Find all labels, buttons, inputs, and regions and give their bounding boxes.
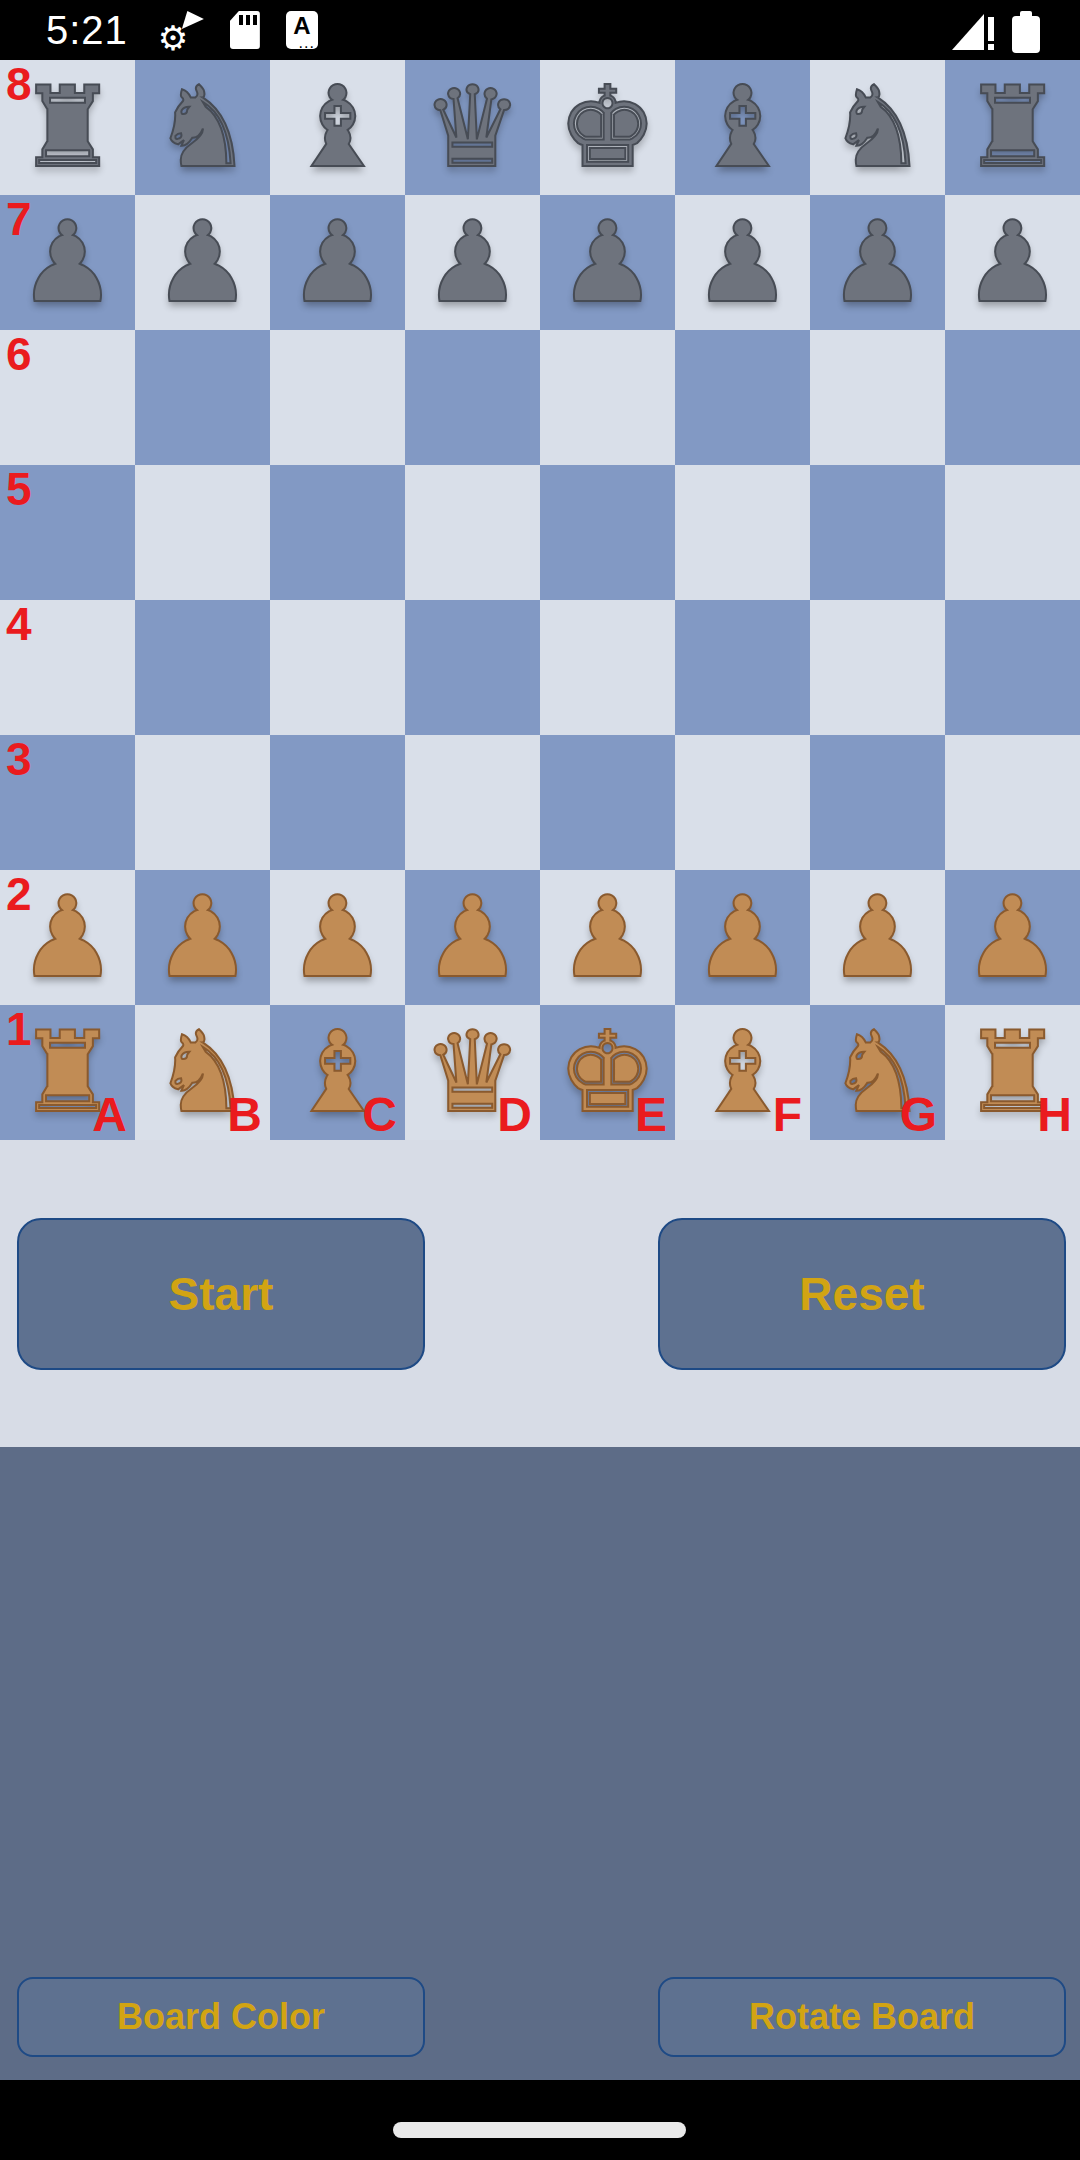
square-h7[interactable]: ♟ — [945, 195, 1080, 330]
square-h8[interactable]: ♜ — [945, 60, 1080, 195]
square-c7[interactable]: ♟ — [270, 195, 405, 330]
square-h1[interactable]: H♜ — [945, 1005, 1080, 1140]
square-f1[interactable]: F♝ — [675, 1005, 810, 1140]
square-a5[interactable]: 5 — [0, 465, 135, 600]
square-d6[interactable] — [405, 330, 540, 465]
square-g3[interactable] — [810, 735, 945, 870]
square-e3[interactable] — [540, 735, 675, 870]
square-f2[interactable]: ♟ — [675, 870, 810, 1005]
controls-row: Start Reset — [0, 1140, 1080, 1447]
alert-wedge-icon — [182, 11, 204, 29]
square-a3[interactable]: 3 — [0, 735, 135, 870]
square-a8[interactable]: 8♜ — [0, 60, 135, 195]
square-d1[interactable]: D♛ — [405, 1005, 540, 1140]
square-c6[interactable] — [270, 330, 405, 465]
rank-label-4: 4 — [6, 600, 32, 648]
square-f8[interactable]: ♝ — [675, 60, 810, 195]
square-e5[interactable] — [540, 465, 675, 600]
square-d5[interactable] — [405, 465, 540, 600]
square-c3[interactable] — [270, 735, 405, 870]
file-label-c: C — [362, 1090, 397, 1140]
square-c1[interactable]: C♝ — [270, 1005, 405, 1140]
file-label-d: D — [497, 1090, 532, 1140]
battery-full-icon — [1012, 11, 1040, 53]
file-label-a: A — [92, 1090, 127, 1140]
piece-black-bishop[interactable]: ♝ — [675, 60, 810, 195]
square-f6[interactable] — [675, 330, 810, 465]
square-f7[interactable]: ♟ — [675, 195, 810, 330]
file-label-g: G — [900, 1090, 937, 1140]
square-b3[interactable] — [135, 735, 270, 870]
piece-white-pawn[interactable]: ♟ — [675, 870, 810, 1005]
rank-label-3: 3 — [6, 735, 32, 783]
board-color-button[interactable]: Board Color — [17, 1977, 425, 2057]
piece-black-bishop[interactable]: ♝ — [270, 60, 405, 195]
piece-black-knight[interactable]: ♞ — [810, 60, 945, 195]
piece-black-knight[interactable]: ♞ — [135, 60, 270, 195]
sd-card-icon — [230, 11, 260, 49]
piece-black-pawn[interactable]: ♟ — [675, 195, 810, 330]
rank-label-2: 2 — [6, 870, 32, 918]
piece-white-pawn[interactable]: ♟ — [540, 870, 675, 1005]
square-h2[interactable]: ♟ — [945, 870, 1080, 1005]
square-e7[interactable]: ♟ — [540, 195, 675, 330]
square-b7[interactable]: ♟ — [135, 195, 270, 330]
piece-black-king[interactable]: ♚ — [540, 60, 675, 195]
bottom-panel: Board Color Rotate Board — [0, 1447, 1080, 2080]
square-c2[interactable]: ♟ — [270, 870, 405, 1005]
square-h5[interactable] — [945, 465, 1080, 600]
file-label-f: F — [773, 1090, 802, 1140]
piece-black-pawn[interactable]: ♟ — [405, 195, 540, 330]
square-b5[interactable] — [135, 465, 270, 600]
rotate-board-button[interactable]: Rotate Board — [658, 1977, 1066, 2057]
square-b1[interactable]: B♞ — [135, 1005, 270, 1140]
reset-button[interactable]: Reset — [658, 1218, 1066, 1370]
square-e6[interactable] — [540, 330, 675, 465]
piece-black-rook[interactable]: ♜ — [945, 60, 1080, 195]
home-indicator[interactable] — [393, 2122, 686, 2138]
square-g1[interactable]: G♞ — [810, 1005, 945, 1140]
piece-white-pawn[interactable]: ♟ — [270, 870, 405, 1005]
square-a6[interactable]: 6 — [0, 330, 135, 465]
signal-alert-icon — [952, 10, 994, 50]
status-time: 5:21 — [46, 8, 128, 53]
file-label-b: B — [227, 1090, 262, 1140]
square-d8[interactable]: ♛ — [405, 60, 540, 195]
square-b4[interactable] — [135, 600, 270, 735]
square-g6[interactable] — [810, 330, 945, 465]
settings-gear-icon: ⚙ — [158, 9, 204, 51]
square-e4[interactable] — [540, 600, 675, 735]
square-a1[interactable]: 1A♜ — [0, 1005, 135, 1140]
square-d4[interactable] — [405, 600, 540, 735]
chess-board: 8♜♞♝♛♚♝♞♜7♟♟♟♟♟♟♟♟65432♟♟♟♟♟♟♟♟1A♜B♞C♝D♛… — [0, 60, 1080, 1140]
piece-black-pawn[interactable]: ♟ — [540, 195, 675, 330]
piece-white-pawn[interactable]: ♟ — [135, 870, 270, 1005]
square-g2[interactable]: ♟ — [810, 870, 945, 1005]
keyboard-language-icon: A ... — [286, 11, 318, 49]
piece-white-pawn[interactable]: ♟ — [405, 870, 540, 1005]
status-right-icons — [952, 0, 1040, 60]
piece-black-pawn[interactable]: ♟ — [270, 195, 405, 330]
file-label-h: H — [1037, 1090, 1072, 1140]
square-d7[interactable]: ♟ — [405, 195, 540, 330]
piece-white-pawn[interactable]: ♟ — [810, 870, 945, 1005]
square-h4[interactable] — [945, 600, 1080, 735]
square-f5[interactable] — [675, 465, 810, 600]
square-c4[interactable] — [270, 600, 405, 735]
status-bar: 5:21 ⚙ A ... — [0, 0, 1080, 60]
square-c5[interactable] — [270, 465, 405, 600]
square-b8[interactable]: ♞ — [135, 60, 270, 195]
square-g5[interactable] — [810, 465, 945, 600]
status-left-icons: ⚙ A ... — [158, 9, 318, 51]
square-g7[interactable]: ♟ — [810, 195, 945, 330]
square-g4[interactable] — [810, 600, 945, 735]
square-c8[interactable]: ♝ — [270, 60, 405, 195]
square-e1[interactable]: E♚ — [540, 1005, 675, 1140]
rank-label-7: 7 — [6, 195, 32, 243]
piece-black-pawn[interactable]: ♟ — [945, 195, 1080, 330]
piece-black-pawn[interactable]: ♟ — [135, 195, 270, 330]
piece-black-queen[interactable]: ♛ — [405, 60, 540, 195]
square-f4[interactable] — [675, 600, 810, 735]
rank-label-6: 6 — [6, 330, 32, 378]
square-d3[interactable] — [405, 735, 540, 870]
piece-black-pawn[interactable]: ♟ — [810, 195, 945, 330]
square-e2[interactable]: ♟ — [540, 870, 675, 1005]
square-h3[interactable] — [945, 735, 1080, 870]
rank-label-8: 8 — [6, 60, 32, 108]
square-b6[interactable] — [135, 330, 270, 465]
square-d2[interactable]: ♟ — [405, 870, 540, 1005]
rank-label-1: 1 — [6, 1005, 32, 1053]
square-a2[interactable]: 2♟ — [0, 870, 135, 1005]
square-g8[interactable]: ♞ — [810, 60, 945, 195]
piece-white-pawn[interactable]: ♟ — [945, 870, 1080, 1005]
square-h6[interactable] — [945, 330, 1080, 465]
start-button[interactable]: Start — [17, 1218, 425, 1370]
square-e8[interactable]: ♚ — [540, 60, 675, 195]
square-f3[interactable] — [675, 735, 810, 870]
square-b2[interactable]: ♟ — [135, 870, 270, 1005]
phone-screen: 5:21 ⚙ A ... 8♜♞♝♛♚♝♞♜7♟♟♟♟♟♟♟♟6543 — [0, 0, 1080, 2160]
gesture-nav-bar — [0, 2080, 1080, 2160]
square-a4[interactable]: 4 — [0, 600, 135, 735]
rank-label-5: 5 — [6, 465, 32, 513]
file-label-e: E — [635, 1090, 667, 1140]
square-a7[interactable]: 7♟ — [0, 195, 135, 330]
